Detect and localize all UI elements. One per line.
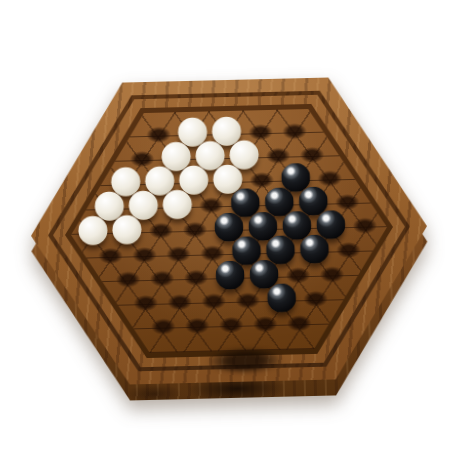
- board-hole-pit: [236, 292, 260, 309]
- board-hole-pit: [248, 124, 272, 141]
- board-hole-pit: [287, 315, 311, 332]
- board-cell[interactable]: [298, 286, 333, 311]
- board-cell[interactable]: [213, 265, 248, 290]
- board-hole-pit: [116, 271, 140, 288]
- black-marble[interactable]: [215, 260, 245, 290]
- board-cell[interactable]: [93, 243, 128, 268]
- board-hole-pit: [185, 318, 209, 335]
- board-hole-pit: [286, 267, 310, 284]
- board-cell[interactable]: [277, 119, 312, 144]
- board-hole-pit: [320, 266, 344, 283]
- board-hole-pit: [202, 293, 226, 310]
- white-marble[interactable]: [162, 190, 192, 220]
- board-cell[interactable]: [315, 262, 350, 287]
- board-cell[interactable]: [179, 265, 214, 290]
- board-cell[interactable]: [162, 290, 197, 315]
- board-cell[interactable]: [146, 314, 181, 339]
- board-hole-pit: [151, 318, 175, 335]
- board-hole-pit: [353, 217, 377, 234]
- board-hole-pit: [219, 317, 243, 334]
- board-cell[interactable]: [214, 313, 249, 338]
- board-cell[interactable]: [127, 243, 162, 268]
- board-hole-pit: [146, 126, 170, 143]
- board-cell[interactable]: [161, 242, 196, 267]
- board-hole-pit: [98, 248, 122, 265]
- board-hole-pit: [130, 151, 154, 168]
- board-hole-pit: [253, 316, 277, 333]
- board-hole-pit: [149, 222, 173, 239]
- board-hole-pit: [300, 147, 324, 164]
- board-hole-pit: [282, 123, 306, 140]
- abalone-board: [27, 75, 430, 387]
- board-cell[interactable]: [348, 213, 383, 238]
- board-cell[interactable]: [160, 194, 195, 219]
- board-cell[interactable]: [282, 311, 317, 336]
- board-hole-pit: [168, 294, 192, 311]
- white-marble[interactable]: [112, 215, 142, 245]
- wood-knot-detail: [208, 347, 283, 375]
- board-cell[interactable]: [180, 313, 215, 338]
- board-cell[interactable]: [110, 219, 145, 244]
- board-hole-pit: [134, 295, 158, 312]
- board-cell[interactable]: [178, 217, 213, 242]
- board-hole-pit: [303, 291, 327, 308]
- black-marble[interactable]: [267, 283, 297, 313]
- board-cell[interactable]: [264, 287, 299, 312]
- board-hole-pit: [150, 270, 174, 287]
- board-cell[interactable]: [297, 239, 332, 264]
- board-hole-pit: [183, 222, 207, 239]
- board-hole-pit: [200, 245, 224, 262]
- board-hole-pit: [318, 170, 342, 187]
- product-photo-background: [0, 0, 458, 458]
- board-hole-pit: [250, 172, 274, 189]
- board-hole-pit: [166, 246, 190, 263]
- board-hole-pit: [336, 242, 360, 259]
- board-face: [27, 75, 430, 387]
- board-hole-pit: [335, 194, 359, 211]
- board-hole-pit: [266, 147, 290, 164]
- board-cell[interactable]: [111, 267, 146, 292]
- black-marble[interactable]: [300, 234, 330, 264]
- board-cell[interactable]: [248, 312, 283, 337]
- board-row: [146, 311, 317, 339]
- board-cell[interactable]: [196, 289, 231, 314]
- board-cell[interactable]: [144, 218, 179, 243]
- board-cell[interactable]: [145, 266, 180, 291]
- board-hole-pit: [184, 270, 208, 287]
- white-marble[interactable]: [78, 216, 108, 246]
- board-cell[interactable]: [76, 220, 111, 245]
- board-hole-pit: [199, 197, 223, 214]
- board-cell[interactable]: [128, 291, 163, 316]
- board-cell[interactable]: [230, 288, 265, 313]
- board-hole-pit: [132, 247, 156, 264]
- board-cell[interactable]: [331, 238, 366, 263]
